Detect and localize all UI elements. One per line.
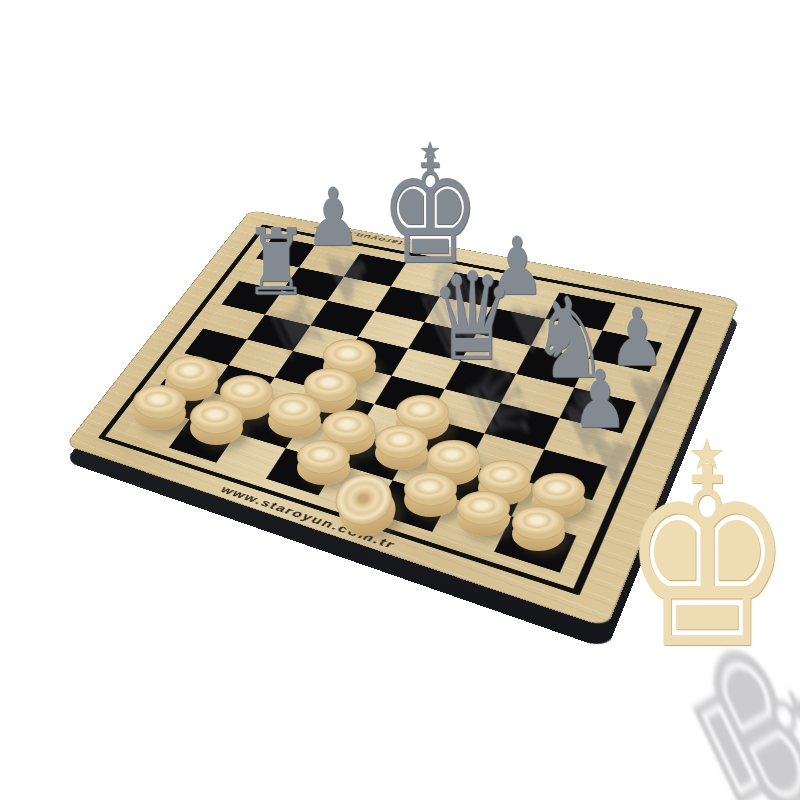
king-star-finial-icon: ★ — [419, 139, 441, 164]
king-cast-shadow: ♚ — [659, 603, 800, 800]
product-photo-stage: www.staroyun.com.tr www.staroyun.com.tr … — [0, 0, 800, 800]
king-star-finial-icon: ★ — [688, 434, 726, 476]
